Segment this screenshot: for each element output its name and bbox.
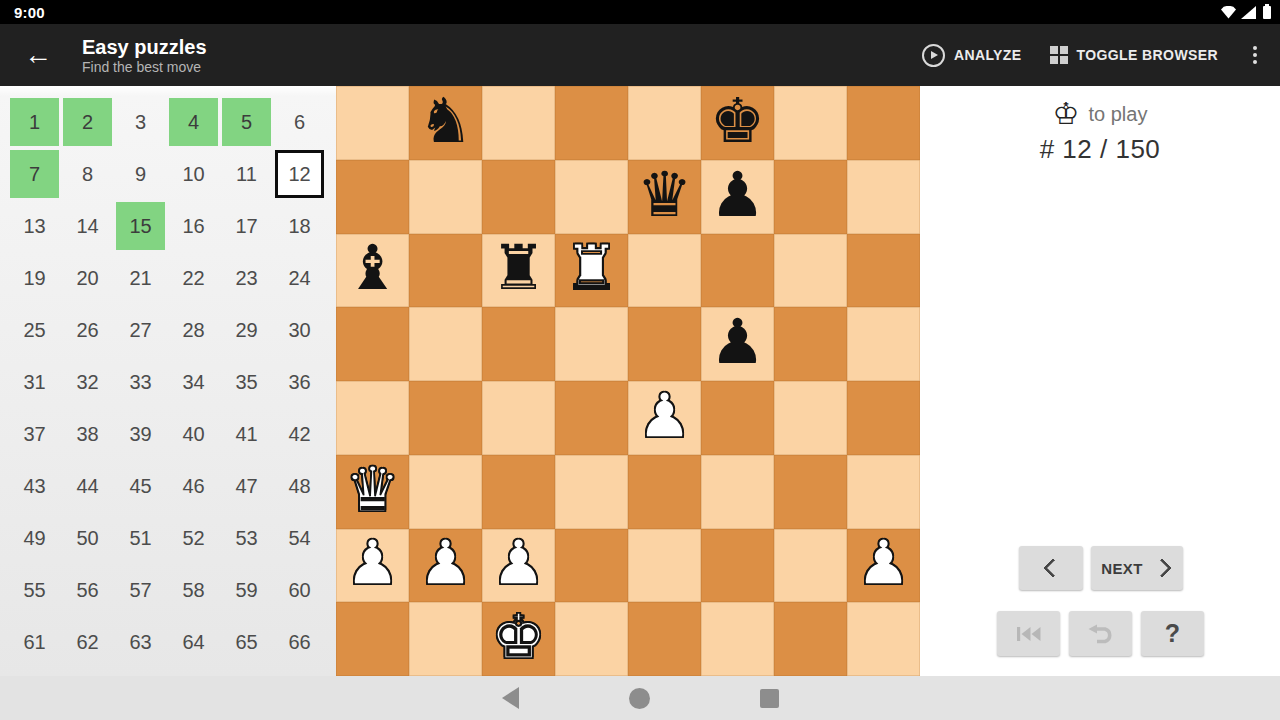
puzzle-cell-6[interactable]: 6	[275, 98, 324, 146]
page-title: Easy puzzles	[82, 35, 207, 59]
puzzle-cell-50[interactable]: 50	[63, 514, 112, 562]
square-h7[interactable]	[847, 160, 920, 234]
square-c4[interactable]	[482, 381, 555, 455]
square-a7[interactable]	[336, 160, 409, 234]
piece-black-pawn-f7: ♟	[710, 164, 766, 226]
square-a3[interactable]: ♛	[336, 455, 409, 529]
app-bar: ← Easy puzzles Find the best move ANALYZ…	[0, 24, 1280, 86]
square-b2[interactable]: ♟	[409, 529, 482, 603]
puzzle-cell-14[interactable]: 14	[63, 202, 112, 250]
puzzle-cell-57[interactable]: 57	[116, 566, 165, 614]
puzzle-cell-65[interactable]: 65	[222, 618, 271, 666]
square-e6[interactable]	[628, 234, 701, 308]
square-g5[interactable]	[774, 307, 847, 381]
next-label: NEXT	[1101, 560, 1143, 577]
square-a1[interactable]	[336, 602, 409, 676]
puzzle-tool-buttons: ?	[997, 611, 1204, 656]
puzzle-cell-61[interactable]: 61	[10, 618, 59, 666]
puzzle-cell-2[interactable]: 2	[63, 98, 112, 146]
status-bar: 9:00	[0, 0, 1280, 24]
puzzle-cell-13[interactable]: 13	[10, 202, 59, 250]
square-f1[interactable]	[701, 602, 774, 676]
puzzle-cell-31[interactable]: 31	[10, 358, 59, 406]
square-d3[interactable]	[555, 455, 628, 529]
toggle-browser-label: TOGGLE BROWSER	[1077, 47, 1218, 63]
puzzle-cell-3[interactable]: 3	[116, 98, 165, 146]
square-e8[interactable]	[628, 86, 701, 160]
square-f3[interactable]	[701, 455, 774, 529]
status-icons	[1221, 6, 1271, 19]
square-h5[interactable]	[847, 307, 920, 381]
square-e5[interactable]	[628, 307, 701, 381]
square-a6[interactable]: ♝	[336, 234, 409, 308]
previous-puzzle-button[interactable]	[1019, 546, 1083, 590]
square-b6[interactable]	[409, 234, 482, 308]
piece-white-pawn-h2: ♟	[856, 532, 912, 594]
page-subtitle: Find the best move	[82, 59, 207, 76]
piece-white-pawn-e4: ♟	[637, 385, 693, 447]
puzzle-cell-12[interactable]: 12	[275, 150, 324, 198]
puzzle-cell-5[interactable]: 5	[222, 98, 271, 146]
puzzle-progress: # 12 / 150	[920, 134, 1280, 165]
puzzle-cell-55[interactable]: 55	[10, 566, 59, 614]
puzzle-cell-51[interactable]: 51	[116, 514, 165, 562]
skip-to-start-icon	[1016, 625, 1042, 643]
analyze-button[interactable]: ANALYZE	[922, 44, 1022, 67]
question-mark-label: ?	[1165, 621, 1180, 646]
undo-arrow-icon	[1086, 624, 1116, 644]
android-back-icon[interactable]	[502, 687, 519, 709]
square-f5[interactable]: ♟	[701, 307, 774, 381]
side-panel: ♔ to play # 12 / 150 NEXT	[920, 86, 1280, 676]
square-g2[interactable]	[774, 529, 847, 603]
square-h8[interactable]	[847, 86, 920, 160]
chevron-left-icon	[1043, 558, 1063, 578]
square-e1[interactable]	[628, 602, 701, 676]
puzzle-cell-10[interactable]: 10	[169, 150, 218, 198]
square-e7[interactable]: ♛	[628, 160, 701, 234]
square-e2[interactable]	[628, 529, 701, 603]
puzzle-cell-29[interactable]: 29	[222, 306, 271, 354]
puzzle-cell-39[interactable]: 39	[116, 410, 165, 458]
piece-black-rook-c6: ♜	[491, 237, 547, 299]
play-circle-icon	[922, 44, 945, 67]
puzzle-cell-26[interactable]: 26	[63, 306, 112, 354]
square-a5[interactable]	[336, 307, 409, 381]
back-arrow-icon[interactable]: ←	[24, 41, 52, 69]
square-b7[interactable]	[409, 160, 482, 234]
puzzle-cell-43[interactable]: 43	[10, 462, 59, 510]
square-d2[interactable]	[555, 529, 628, 603]
hint-button[interactable]: ?	[1141, 611, 1204, 656]
next-puzzle-button[interactable]: NEXT	[1091, 546, 1183, 590]
piece-white-queen-a3: ♛	[345, 459, 401, 521]
square-c7[interactable]	[482, 160, 555, 234]
puzzle-cell-18[interactable]: 18	[275, 202, 324, 250]
undo-button[interactable]	[1069, 611, 1132, 656]
piece-white-pawn-a2: ♟	[345, 532, 401, 594]
grid-icon	[1050, 46, 1068, 64]
puzzle-cell-46[interactable]: 46	[169, 462, 218, 510]
square-a2[interactable]: ♟	[336, 529, 409, 603]
chevron-right-icon	[1152, 558, 1172, 578]
app-bar-actions: ANALYZE TOGGLE BROWSER	[922, 44, 1264, 67]
puzzle-cell-24[interactable]: 24	[275, 254, 324, 302]
puzzle-cell-19[interactable]: 19	[10, 254, 59, 302]
square-d1[interactable]	[555, 602, 628, 676]
chess-board: ♞♚♛♟♝♜♜♟♟♛♟♟♟♟♚	[336, 86, 920, 676]
square-f8[interactable]: ♚	[701, 86, 774, 160]
square-b1[interactable]	[409, 602, 482, 676]
puzzle-cell-35[interactable]: 35	[222, 358, 271, 406]
battery-icon	[1263, 6, 1271, 19]
overflow-menu-icon[interactable]	[1246, 46, 1264, 64]
piece-black-king-f8: ♚	[710, 90, 766, 152]
restart-button[interactable]	[997, 611, 1060, 656]
android-recents-icon[interactable]	[760, 689, 779, 708]
square-f6[interactable]	[701, 234, 774, 308]
to-play-label: to play	[1088, 103, 1147, 126]
puzzle-cell-40[interactable]: 40	[169, 410, 218, 458]
puzzle-grid: 1234567891011121314151617181920212223242…	[10, 98, 336, 666]
puzzle-nav-buttons: NEXT	[1019, 546, 1183, 590]
puzzle-cell-32[interactable]: 32	[63, 358, 112, 406]
square-a8[interactable]	[336, 86, 409, 160]
puzzle-cell-30[interactable]: 30	[275, 306, 324, 354]
puzzle-cell-48[interactable]: 48	[275, 462, 324, 510]
puzzle-cell-21[interactable]: 21	[116, 254, 165, 302]
square-c6[interactable]: ♜	[482, 234, 555, 308]
square-f2[interactable]	[701, 529, 774, 603]
wifi-icon	[1221, 6, 1236, 19]
puzzle-cell-28[interactable]: 28	[169, 306, 218, 354]
piece-white-pawn-c2: ♟	[491, 532, 547, 594]
piece-black-pawn-f5: ♟	[710, 311, 766, 373]
android-nav-bar	[0, 676, 1280, 720]
piece-white-pawn-b2: ♟	[418, 532, 474, 594]
puzzle-cell-59[interactable]: 59	[222, 566, 271, 614]
square-a4[interactable]	[336, 381, 409, 455]
puzzle-cell-22[interactable]: 22	[169, 254, 218, 302]
square-f7[interactable]: ♟	[701, 160, 774, 234]
puzzle-cell-56[interactable]: 56	[63, 566, 112, 614]
analyze-label: ANALYZE	[954, 47, 1022, 63]
square-g4[interactable]	[774, 381, 847, 455]
puzzle-cell-11[interactable]: 11	[222, 150, 271, 198]
square-h6[interactable]	[847, 234, 920, 308]
puzzle-cell-58[interactable]: 58	[169, 566, 218, 614]
square-c3[interactable]	[482, 455, 555, 529]
puzzle-cell-66[interactable]: 66	[275, 618, 324, 666]
toggle-browser-button[interactable]: TOGGLE BROWSER	[1050, 46, 1218, 64]
square-d5[interactable]	[555, 307, 628, 381]
clock: 9:00	[14, 4, 45, 21]
puzzle-cell-15[interactable]: 15	[116, 202, 165, 250]
puzzle-cell-38[interactable]: 38	[63, 410, 112, 458]
puzzle-cell-41[interactable]: 41	[222, 410, 271, 458]
puzzle-cell-52[interactable]: 52	[169, 514, 218, 562]
puzzle-cell-53[interactable]: 53	[222, 514, 271, 562]
square-b8[interactable]: ♞	[409, 86, 482, 160]
puzzle-cell-49[interactable]: 49	[10, 514, 59, 562]
content: 1234567891011121314151617181920212223242…	[0, 86, 1280, 676]
piece-black-queen-e7: ♛	[637, 164, 693, 226]
puzzle-cell-16[interactable]: 16	[169, 202, 218, 250]
square-g8[interactable]	[774, 86, 847, 160]
square-g3[interactable]	[774, 455, 847, 529]
puzzle-cell-37[interactable]: 37	[10, 410, 59, 458]
puzzle-cell-25[interactable]: 25	[10, 306, 59, 354]
puzzle-cell-4[interactable]: 4	[169, 98, 218, 146]
square-d6[interactable]: ♜	[555, 234, 628, 308]
square-h4[interactable]	[847, 381, 920, 455]
square-d7[interactable]	[555, 160, 628, 234]
square-b5[interactable]	[409, 307, 482, 381]
puzzle-cell-47[interactable]: 47	[222, 462, 271, 510]
piece-white-rook-d6: ♜	[564, 237, 620, 299]
puzzle-cell-1[interactable]: 1	[10, 98, 59, 146]
piece-black-bishop-a6: ♝	[345, 237, 401, 299]
square-g6[interactable]	[774, 234, 847, 308]
square-h2[interactable]: ♟	[847, 529, 920, 603]
puzzle-cell-45[interactable]: 45	[116, 462, 165, 510]
square-c2[interactable]: ♟	[482, 529, 555, 603]
square-e4[interactable]: ♟	[628, 381, 701, 455]
puzzle-cell-20[interactable]: 20	[63, 254, 112, 302]
puzzle-cell-44[interactable]: 44	[63, 462, 112, 510]
puzzle-cell-23[interactable]: 23	[222, 254, 271, 302]
puzzle-cell-17[interactable]: 17	[222, 202, 271, 250]
puzzle-cell-9[interactable]: 9	[116, 150, 165, 198]
square-d4[interactable]	[555, 381, 628, 455]
puzzle-cell-54[interactable]: 54	[275, 514, 324, 562]
square-b3[interactable]	[409, 455, 482, 529]
square-f4[interactable]	[701, 381, 774, 455]
square-c5[interactable]	[482, 307, 555, 381]
puzzle-cell-60[interactable]: 60	[275, 566, 324, 614]
app-screen: 9:00 ← Easy puzzles Find the best move A…	[0, 0, 1280, 720]
square-e3[interactable]	[628, 455, 701, 529]
puzzle-cell-42[interactable]: 42	[275, 410, 324, 458]
square-g1[interactable]	[774, 602, 847, 676]
title-block: Easy puzzles Find the best move	[82, 35, 207, 76]
puzzle-cell-33[interactable]: 33	[116, 358, 165, 406]
puzzle-browser-panel: 1234567891011121314151617181920212223242…	[0, 86, 336, 676]
puzzle-cell-62[interactable]: 62	[63, 618, 112, 666]
white-king-icon: ♔	[1053, 99, 1080, 129]
puzzle-cell-64[interactable]: 64	[169, 618, 218, 666]
puzzle-cell-63[interactable]: 63	[116, 618, 165, 666]
square-c1[interactable]: ♚	[482, 602, 555, 676]
piece-white-king-c1: ♚	[491, 606, 547, 668]
to-play-indicator: ♔ to play	[920, 99, 1280, 129]
square-d8[interactable]	[555, 86, 628, 160]
puzzle-cell-34[interactable]: 34	[169, 358, 218, 406]
android-home-icon[interactable]	[629, 688, 650, 709]
square-g7[interactable]	[774, 160, 847, 234]
square-b4[interactable]	[409, 381, 482, 455]
piece-black-knight-b8: ♞	[418, 90, 474, 152]
puzzle-cell-36[interactable]: 36	[275, 358, 324, 406]
square-h1[interactable]	[847, 602, 920, 676]
puzzle-cell-7[interactable]: 7	[10, 150, 59, 198]
cellular-signal-icon	[1241, 6, 1256, 19]
square-h3[interactable]	[847, 455, 920, 529]
puzzle-cell-8[interactable]: 8	[63, 150, 112, 198]
puzzle-cell-27[interactable]: 27	[116, 306, 165, 354]
square-c8[interactable]	[482, 86, 555, 160]
